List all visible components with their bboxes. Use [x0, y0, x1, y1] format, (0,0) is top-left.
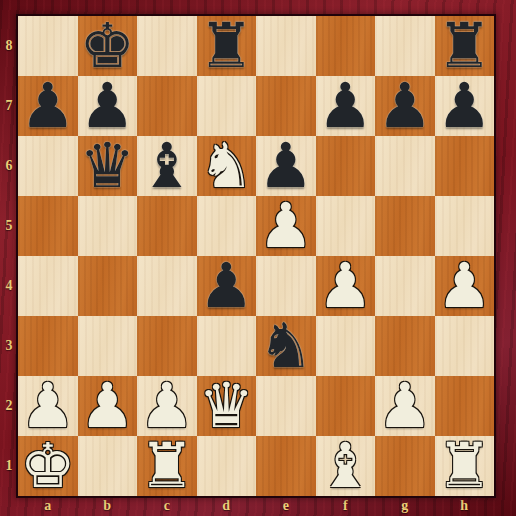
square-h3[interactable]	[435, 316, 495, 376]
square-h5[interactable]	[435, 196, 495, 256]
square-e4[interactable]	[256, 256, 316, 316]
file-label-d: d	[197, 496, 257, 516]
square-d8[interactable]: ♜	[197, 16, 257, 76]
black-pawn[interactable]: ♟	[317, 76, 373, 136]
file-label-e: e	[256, 496, 316, 516]
square-c1[interactable]: ♜	[137, 436, 197, 496]
square-g7[interactable]: ♟	[375, 76, 435, 136]
black-rook[interactable]: ♜	[198, 16, 254, 76]
square-a7[interactable]: ♟	[18, 76, 78, 136]
square-e2[interactable]	[256, 376, 316, 436]
black-pawn[interactable]: ♟	[79, 76, 135, 136]
square-a3[interactable]	[18, 316, 78, 376]
square-d4[interactable]: ♟	[197, 256, 257, 316]
square-b6[interactable]: ♛	[78, 136, 138, 196]
square-h4[interactable]: ♟	[435, 256, 495, 316]
white-pawn[interactable]: ♟	[436, 256, 492, 316]
square-b2[interactable]: ♟	[78, 376, 138, 436]
square-c6[interactable]: ♝	[137, 136, 197, 196]
file-label-g: g	[375, 496, 435, 516]
square-b5[interactable]	[78, 196, 138, 256]
square-d7[interactable]	[197, 76, 257, 136]
square-f3[interactable]	[316, 316, 376, 376]
square-d1[interactable]	[197, 436, 257, 496]
square-d6[interactable]: ♞	[197, 136, 257, 196]
white-rook[interactable]: ♜	[436, 436, 492, 496]
square-f6[interactable]	[316, 136, 376, 196]
square-h1[interactable]: ♜	[435, 436, 495, 496]
square-h6[interactable]	[435, 136, 495, 196]
white-pawn[interactable]: ♟	[258, 196, 314, 256]
square-g6[interactable]	[375, 136, 435, 196]
black-pawn[interactable]: ♟	[20, 76, 76, 136]
rank-label-1: 1	[0, 436, 18, 496]
chess-board-frame: 87654321 abcdefgh ♚♜♜♟♟♟♟♟♛♝♞♟♟♟♟♟♞♟♟♟♛♟…	[0, 0, 516, 516]
square-b1[interactable]	[78, 436, 138, 496]
square-g4[interactable]	[375, 256, 435, 316]
white-knight[interactable]: ♞	[198, 136, 254, 196]
square-f4[interactable]: ♟	[316, 256, 376, 316]
black-knight[interactable]: ♞	[258, 316, 314, 376]
white-king[interactable]: ♚	[20, 436, 76, 496]
square-h7[interactable]: ♟	[435, 76, 495, 136]
square-g8[interactable]	[375, 16, 435, 76]
square-f7[interactable]: ♟	[316, 76, 376, 136]
square-a8[interactable]	[18, 16, 78, 76]
square-g1[interactable]	[375, 436, 435, 496]
black-pawn[interactable]: ♟	[377, 76, 433, 136]
square-h2[interactable]	[435, 376, 495, 436]
white-rook[interactable]: ♜	[139, 436, 195, 496]
black-pawn[interactable]: ♟	[198, 256, 254, 316]
square-g3[interactable]	[375, 316, 435, 376]
square-c5[interactable]	[137, 196, 197, 256]
square-b3[interactable]	[78, 316, 138, 376]
white-pawn[interactable]: ♟	[79, 376, 135, 436]
square-f8[interactable]	[316, 16, 376, 76]
square-d3[interactable]	[197, 316, 257, 376]
square-a1[interactable]: ♚	[18, 436, 78, 496]
square-e3[interactable]: ♞	[256, 316, 316, 376]
rank-label-8: 8	[0, 16, 18, 76]
black-queen[interactable]: ♛	[79, 136, 135, 196]
white-pawn[interactable]: ♟	[139, 376, 195, 436]
square-c3[interactable]	[137, 316, 197, 376]
square-e6[interactable]: ♟	[256, 136, 316, 196]
file-label-h: h	[435, 496, 495, 516]
black-rook[interactable]: ♜	[436, 16, 492, 76]
rank-label-3: 3	[0, 316, 18, 376]
square-b7[interactable]: ♟	[78, 76, 138, 136]
white-pawn[interactable]: ♟	[317, 256, 373, 316]
square-a2[interactable]: ♟	[18, 376, 78, 436]
black-pawn[interactable]: ♟	[258, 136, 314, 196]
file-label-b: b	[78, 496, 138, 516]
square-b8[interactable]: ♚	[78, 16, 138, 76]
rank-label-5: 5	[0, 196, 18, 256]
square-g2[interactable]: ♟	[375, 376, 435, 436]
rank-label-7: 7	[0, 76, 18, 136]
chess-board: ♚♜♜♟♟♟♟♟♛♝♞♟♟♟♟♟♞♟♟♟♛♟♚♜♝♜	[18, 16, 494, 496]
square-c7[interactable]	[137, 76, 197, 136]
square-h8[interactable]: ♜	[435, 16, 495, 76]
square-d5[interactable]	[197, 196, 257, 256]
square-a4[interactable]	[18, 256, 78, 316]
black-king[interactable]: ♚	[79, 16, 135, 76]
square-e1[interactable]	[256, 436, 316, 496]
square-f5[interactable]	[316, 196, 376, 256]
square-c8[interactable]	[137, 16, 197, 76]
square-c4[interactable]	[137, 256, 197, 316]
square-f1[interactable]: ♝	[316, 436, 376, 496]
square-e8[interactable]	[256, 16, 316, 76]
file-labels: abcdefgh	[18, 496, 494, 516]
rank-label-2: 2	[0, 376, 18, 436]
square-g5[interactable]	[375, 196, 435, 256]
white-pawn[interactable]: ♟	[377, 376, 433, 436]
file-label-a: a	[18, 496, 78, 516]
file-label-c: c	[137, 496, 197, 516]
file-label-f: f	[316, 496, 376, 516]
rank-label-6: 6	[0, 136, 18, 196]
black-bishop[interactable]: ♝	[139, 136, 195, 196]
square-a6[interactable]	[18, 136, 78, 196]
square-a5[interactable]	[18, 196, 78, 256]
rank-label-4: 4	[0, 256, 18, 316]
white-queen[interactable]: ♛	[198, 376, 254, 436]
white-bishop[interactable]: ♝	[317, 436, 373, 496]
square-f2[interactable]	[316, 376, 376, 436]
square-e5[interactable]: ♟	[256, 196, 316, 256]
black-pawn[interactable]: ♟	[436, 76, 492, 136]
square-d2[interactable]: ♛	[197, 376, 257, 436]
square-c2[interactable]: ♟	[137, 376, 197, 436]
square-e7[interactable]	[256, 76, 316, 136]
square-b4[interactable]	[78, 256, 138, 316]
rank-labels: 87654321	[0, 16, 18, 496]
white-pawn[interactable]: ♟	[20, 376, 76, 436]
